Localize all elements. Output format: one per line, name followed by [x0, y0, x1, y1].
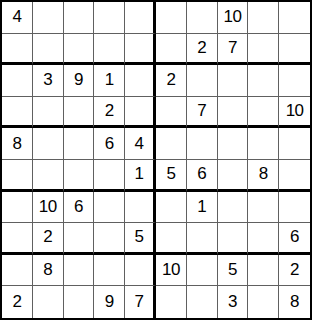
cell-r1c6[interactable] — [156, 2, 187, 34]
cell-r8c5: 5 — [125, 223, 156, 255]
cell-r1c5[interactable] — [125, 2, 156, 34]
given-digit: 8 — [12, 135, 21, 153]
cell-r10c6[interactable] — [156, 286, 187, 318]
cell-r8c2: 2 — [33, 223, 64, 255]
given-digit: 5 — [228, 261, 237, 279]
cell-r9c3[interactable] — [64, 255, 95, 287]
given-digit: 10 — [224, 8, 242, 26]
cell-r2c7: 2 — [187, 34, 218, 66]
given-digit: 5 — [135, 228, 144, 246]
cell-r7c6[interactable] — [156, 192, 187, 224]
cell-r3c6: 2 — [156, 65, 187, 97]
cell-r2c4[interactable] — [94, 34, 125, 66]
cell-r4c6[interactable] — [156, 97, 187, 129]
cell-r6c2[interactable] — [33, 160, 64, 192]
cell-r3c3: 9 — [64, 65, 95, 97]
cell-r6c7: 6 — [187, 160, 218, 192]
given-digit: 9 — [105, 293, 114, 311]
cell-r9c2: 8 — [33, 255, 64, 287]
cell-r8c10: 6 — [279, 223, 310, 255]
cell-r10c2[interactable] — [33, 286, 64, 318]
cell-r4c1[interactable] — [2, 97, 33, 129]
cell-r4c4: 2 — [94, 97, 125, 129]
cell-r3c4: 1 — [94, 65, 125, 97]
given-digit: 2 — [105, 102, 114, 120]
cell-r7c4[interactable] — [94, 192, 125, 224]
cell-r8c3[interactable] — [64, 223, 95, 255]
cell-r3c7[interactable] — [187, 65, 218, 97]
cell-r3c8[interactable] — [218, 65, 249, 97]
cell-r5c2[interactable] — [33, 128, 64, 160]
cell-r10c1: 2 — [2, 286, 33, 318]
cell-r5c6[interactable] — [156, 128, 187, 160]
cell-r7c5[interactable] — [125, 192, 156, 224]
cell-r9c9[interactable] — [248, 255, 279, 287]
cell-r4c2[interactable] — [33, 97, 64, 129]
given-digit: 6 — [74, 198, 83, 216]
cell-r1c7[interactable] — [187, 2, 218, 34]
cell-r9c8: 5 — [218, 255, 249, 287]
sudoku-board: 4102739122710864156810612568105229738 — [0, 0, 312, 320]
given-digit: 1 — [197, 198, 206, 216]
cell-r3c10[interactable] — [279, 65, 310, 97]
cell-r7c9[interactable] — [248, 192, 279, 224]
cell-r1c1: 4 — [2, 2, 33, 34]
cell-r7c1[interactable] — [2, 192, 33, 224]
given-digit: 7 — [135, 293, 144, 311]
cell-r8c4[interactable] — [94, 223, 125, 255]
cell-r3c2: 3 — [33, 65, 64, 97]
cell-r2c2[interactable] — [33, 34, 64, 66]
cell-r10c7[interactable] — [187, 286, 218, 318]
cell-r10c4: 9 — [94, 286, 125, 318]
cell-r6c9: 8 — [248, 160, 279, 192]
given-digit: 7 — [197, 102, 206, 120]
cell-r5c3[interactable] — [64, 128, 95, 160]
given-digit: 1 — [135, 165, 144, 183]
cell-r2c9[interactable] — [248, 34, 279, 66]
given-digit: 7 — [228, 39, 237, 57]
given-digit: 2 — [43, 228, 52, 246]
cell-r2c1[interactable] — [2, 34, 33, 66]
given-digit: 9 — [74, 71, 83, 89]
given-digit: 2 — [290, 261, 299, 279]
cell-r5c9[interactable] — [248, 128, 279, 160]
cell-r4c7: 7 — [187, 97, 218, 129]
cell-r10c3[interactable] — [64, 286, 95, 318]
cell-r6c10[interactable] — [279, 160, 310, 192]
cell-r6c3[interactable] — [64, 160, 95, 192]
cell-r9c7[interactable] — [187, 255, 218, 287]
given-digit: 2 — [166, 71, 175, 89]
cell-r5c7[interactable] — [187, 128, 218, 160]
cell-r1c8: 10 — [218, 2, 249, 34]
given-digit: 8 — [259, 165, 268, 183]
cell-r8c1[interactable] — [2, 223, 33, 255]
cell-r8c9[interactable] — [248, 223, 279, 255]
cell-r7c3: 6 — [64, 192, 95, 224]
cell-r1c3[interactable] — [64, 2, 95, 34]
given-digit: 1 — [105, 71, 114, 89]
cell-r4c8[interactable] — [218, 97, 249, 129]
cell-r8c8[interactable] — [218, 223, 249, 255]
cell-r9c4[interactable] — [94, 255, 125, 287]
cell-r10c9[interactable] — [248, 286, 279, 318]
cell-r5c8[interactable] — [218, 128, 249, 160]
cell-r2c8: 7 — [218, 34, 249, 66]
cell-r2c3[interactable] — [64, 34, 95, 66]
cell-r1c9[interactable] — [248, 2, 279, 34]
cell-r3c1[interactable] — [2, 65, 33, 97]
cell-r8c6[interactable] — [156, 223, 187, 255]
given-digit: 5 — [166, 165, 175, 183]
cell-r7c2: 10 — [33, 192, 64, 224]
cell-r2c6[interactable] — [156, 34, 187, 66]
cell-r10c8: 3 — [218, 286, 249, 318]
cell-r6c5: 1 — [125, 160, 156, 192]
given-digit: 6 — [105, 135, 114, 153]
cell-r3c9[interactable] — [248, 65, 279, 97]
cell-r1c10[interactable] — [279, 2, 310, 34]
given-digit: 8 — [290, 293, 299, 311]
cell-r9c6: 10 — [156, 255, 187, 287]
cell-r9c10: 2 — [279, 255, 310, 287]
cell-r2c10[interactable] — [279, 34, 310, 66]
cell-r5c1: 8 — [2, 128, 33, 160]
cell-r10c10: 8 — [279, 286, 310, 318]
cell-r7c7: 1 — [187, 192, 218, 224]
given-digit: 2 — [12, 293, 21, 311]
cell-r7c8[interactable] — [218, 192, 249, 224]
given-digit: 10 — [162, 261, 180, 279]
cell-r5c10[interactable] — [279, 128, 310, 160]
given-digit: 3 — [43, 71, 52, 89]
cell-r6c6: 5 — [156, 160, 187, 192]
cell-r9c5[interactable] — [125, 255, 156, 287]
cell-r8c7[interactable] — [187, 223, 218, 255]
given-digit: 3 — [228, 293, 237, 311]
cell-r10c5: 7 — [125, 286, 156, 318]
given-digit: 6 — [290, 228, 299, 246]
cell-r6c8[interactable] — [218, 160, 249, 192]
given-digit: 10 — [286, 102, 304, 120]
cell-r5c5: 4 — [125, 128, 156, 160]
cell-r3c5[interactable] — [125, 65, 156, 97]
cell-r9c1[interactable] — [2, 255, 33, 287]
given-digit: 8 — [43, 261, 52, 279]
cell-r2c5[interactable] — [125, 34, 156, 66]
cell-r5c4: 6 — [94, 128, 125, 160]
given-digit: 6 — [197, 165, 206, 183]
cell-r6c4[interactable] — [94, 160, 125, 192]
given-digit: 4 — [135, 135, 144, 153]
cell-r4c3[interactable] — [64, 97, 95, 129]
cell-r4c9[interactable] — [248, 97, 279, 129]
cell-r1c2[interactable] — [33, 2, 64, 34]
cell-r4c10: 10 — [279, 97, 310, 129]
given-digit: 2 — [197, 39, 206, 57]
cell-r4c5[interactable] — [125, 97, 156, 129]
cell-r6c1[interactable] — [2, 160, 33, 192]
given-digit: 10 — [39, 198, 57, 216]
cell-r1c4[interactable] — [94, 2, 125, 34]
given-digit: 4 — [12, 8, 21, 26]
cell-r7c10[interactable] — [279, 192, 310, 224]
